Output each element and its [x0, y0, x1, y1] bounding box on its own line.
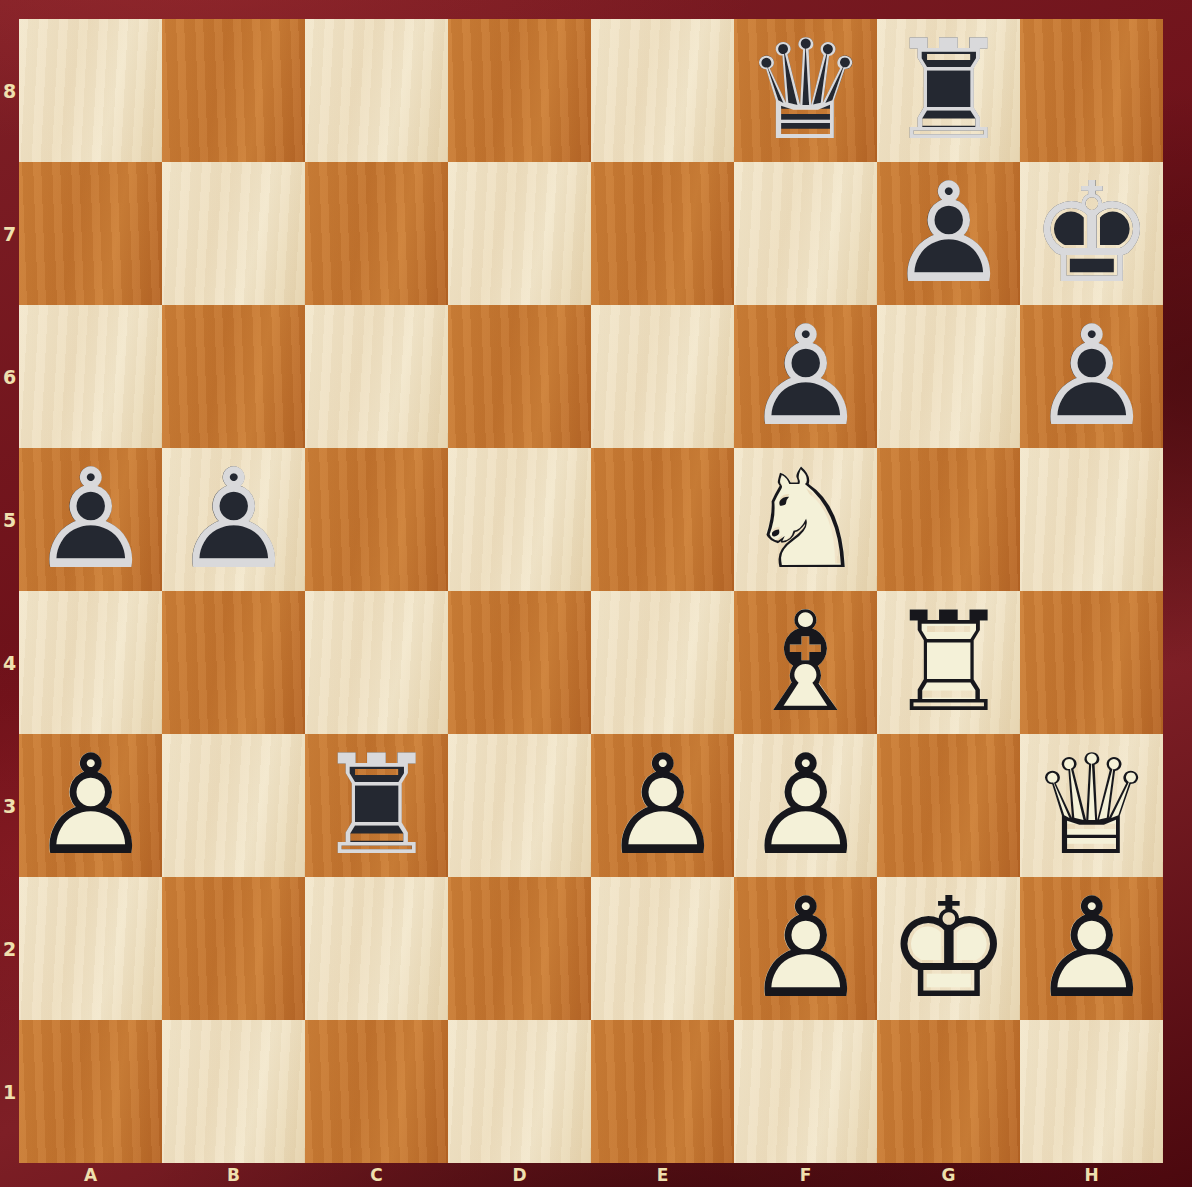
square-d8[interactable]: [448, 19, 591, 162]
square-b6[interactable]: [162, 305, 305, 448]
square-b2[interactable]: [162, 877, 305, 1020]
square-a5[interactable]: ♟♙: [19, 448, 162, 591]
chessboard-app: ♛♕♜♖♟♙♚♔♟♙♟♙♟♙♟♙♞♘♝♗♜♖♟♙♜♖♟♙♟♙♛♕♟♙♚♔♟♙ 8…: [0, 0, 1200, 1187]
square-d5[interactable]: [448, 448, 591, 591]
piece-outline: ♙: [591, 734, 734, 877]
square-f5[interactable]: ♞♘: [734, 448, 877, 591]
square-g5[interactable]: [877, 448, 1020, 591]
square-c5[interactable]: [305, 448, 448, 591]
piece-outline: ♘: [734, 448, 877, 591]
black-queen-f8[interactable]: ♛♕: [734, 19, 877, 162]
square-a4[interactable]: [19, 591, 162, 734]
rank-label-2: 2: [0, 877, 19, 1020]
white-bishop-f4[interactable]: ♝♗: [734, 591, 877, 734]
square-c3[interactable]: ♜♖: [305, 734, 448, 877]
file-label-g: G: [877, 1163, 1020, 1187]
square-g1[interactable]: [877, 1020, 1020, 1163]
square-d3[interactable]: [448, 734, 591, 877]
square-h6[interactable]: ♟♙: [1020, 305, 1163, 448]
file-label-h: H: [1020, 1163, 1163, 1187]
white-rook-g4[interactable]: ♜♖: [877, 591, 1020, 734]
square-c4[interactable]: [305, 591, 448, 734]
white-king-g2[interactable]: ♚♔: [877, 877, 1020, 1020]
square-g3[interactable]: [877, 734, 1020, 877]
square-f6[interactable]: ♟♙: [734, 305, 877, 448]
square-a8[interactable]: [19, 19, 162, 162]
square-d2[interactable]: [448, 877, 591, 1020]
piece-outline: ♗: [734, 591, 877, 734]
white-pawn-f3[interactable]: ♟♙: [734, 734, 877, 877]
square-e4[interactable]: [591, 591, 734, 734]
white-pawn-e3[interactable]: ♟♙: [591, 734, 734, 877]
square-d7[interactable]: [448, 162, 591, 305]
square-e8[interactable]: [591, 19, 734, 162]
piece-outline: ♕: [734, 19, 877, 162]
square-g2[interactable]: ♚♔: [877, 877, 1020, 1020]
square-h3[interactable]: ♛♕: [1020, 734, 1163, 877]
white-pawn-a3[interactable]: ♟♙: [19, 734, 162, 877]
square-h2[interactable]: ♟♙: [1020, 877, 1163, 1020]
piece-outline: ♙: [19, 448, 162, 591]
square-f4[interactable]: ♝♗: [734, 591, 877, 734]
square-f3[interactable]: ♟♙: [734, 734, 877, 877]
square-a7[interactable]: [19, 162, 162, 305]
piece-outline: ♔: [877, 877, 1020, 1020]
square-c2[interactable]: [305, 877, 448, 1020]
square-d1[interactable]: [448, 1020, 591, 1163]
square-c6[interactable]: [305, 305, 448, 448]
white-pawn-h2[interactable]: ♟♙: [1020, 877, 1163, 1020]
piece-outline: ♖: [877, 19, 1020, 162]
square-d6[interactable]: [448, 305, 591, 448]
square-g8[interactable]: ♜♖: [877, 19, 1020, 162]
square-a1[interactable]: [19, 1020, 162, 1163]
rank-label-5: 5: [0, 448, 19, 591]
file-label-b: B: [162, 1163, 305, 1187]
square-h5[interactable]: [1020, 448, 1163, 591]
square-g7[interactable]: ♟♙: [877, 162, 1020, 305]
file-label-e: E: [591, 1163, 734, 1187]
black-pawn-a5[interactable]: ♟♙: [19, 448, 162, 591]
piece-outline: ♙: [734, 734, 877, 877]
square-a2[interactable]: [19, 877, 162, 1020]
black-pawn-f6[interactable]: ♟♙: [734, 305, 877, 448]
piece-outline: ♔: [1020, 162, 1163, 305]
square-h1[interactable]: [1020, 1020, 1163, 1163]
file-label-a: A: [19, 1163, 162, 1187]
black-rook-g8[interactable]: ♜♖: [877, 19, 1020, 162]
black-pawn-g7[interactable]: ♟♙: [877, 162, 1020, 305]
black-rook-c3[interactable]: ♜♖: [305, 734, 448, 877]
file-label-f: F: [734, 1163, 877, 1187]
square-h8[interactable]: [1020, 19, 1163, 162]
square-a3[interactable]: ♟♙: [19, 734, 162, 877]
square-c7[interactable]: [305, 162, 448, 305]
board: ♛♕♜♖♟♙♚♔♟♙♟♙♟♙♟♙♞♘♝♗♜♖♟♙♜♖♟♙♟♙♛♕♟♙♚♔♟♙: [19, 19, 1163, 1163]
piece-outline: ♙: [1020, 877, 1163, 1020]
square-e3[interactable]: ♟♙: [591, 734, 734, 877]
rank-label-6: 6: [0, 305, 19, 448]
square-b7[interactable]: [162, 162, 305, 305]
square-c8[interactable]: [305, 19, 448, 162]
square-b3[interactable]: [162, 734, 305, 877]
square-d4[interactable]: [448, 591, 591, 734]
file-labels: A B C D E F G H: [19, 1163, 1163, 1187]
square-e6[interactable]: [591, 305, 734, 448]
piece-outline: ♕: [1020, 734, 1163, 877]
piece-outline: ♙: [19, 734, 162, 877]
white-pawn-f2[interactable]: ♟♙: [734, 877, 877, 1020]
square-b1[interactable]: [162, 1020, 305, 1163]
square-g4[interactable]: ♜♖: [877, 591, 1020, 734]
square-f8[interactable]: ♛♕: [734, 19, 877, 162]
square-h4[interactable]: [1020, 591, 1163, 734]
square-h7[interactable]: ♚♔: [1020, 162, 1163, 305]
rank-label-4: 4: [0, 591, 19, 734]
piece-outline: ♙: [877, 162, 1020, 305]
square-b4[interactable]: [162, 591, 305, 734]
file-label-d: D: [448, 1163, 591, 1187]
black-pawn-h6[interactable]: ♟♙: [1020, 305, 1163, 448]
rank-label-8: 8: [0, 19, 19, 162]
square-e7[interactable]: [591, 162, 734, 305]
square-b5[interactable]: ♟♙: [162, 448, 305, 591]
piece-outline: ♙: [162, 448, 305, 591]
square-f2[interactable]: ♟♙: [734, 877, 877, 1020]
square-f7[interactable]: [734, 162, 877, 305]
piece-outline: ♙: [734, 877, 877, 1020]
file-label-c: C: [305, 1163, 448, 1187]
right-edge-strip: [1192, 0, 1200, 1187]
square-e2[interactable]: [591, 877, 734, 1020]
square-a6[interactable]: [19, 305, 162, 448]
rank-label-1: 1: [0, 1020, 19, 1163]
rank-label-3: 3: [0, 734, 19, 877]
piece-outline: ♖: [877, 591, 1020, 734]
white-queen-h3[interactable]: ♛♕: [1020, 734, 1163, 877]
square-b8[interactable]: [162, 19, 305, 162]
rank-label-7: 7: [0, 162, 19, 305]
piece-outline: ♙: [1020, 305, 1163, 448]
black-king-h7[interactable]: ♚♔: [1020, 162, 1163, 305]
square-e1[interactable]: [591, 1020, 734, 1163]
square-f1[interactable]: [734, 1020, 877, 1163]
piece-outline: ♖: [305, 734, 448, 877]
rank-labels: 8 7 6 5 4 3 2 1: [0, 19, 19, 1163]
white-knight-f5[interactable]: ♞♘: [734, 448, 877, 591]
square-c1[interactable]: [305, 1020, 448, 1163]
square-e5[interactable]: [591, 448, 734, 591]
black-pawn-b5[interactable]: ♟♙: [162, 448, 305, 591]
piece-outline: ♙: [734, 305, 877, 448]
square-g6[interactable]: [877, 305, 1020, 448]
